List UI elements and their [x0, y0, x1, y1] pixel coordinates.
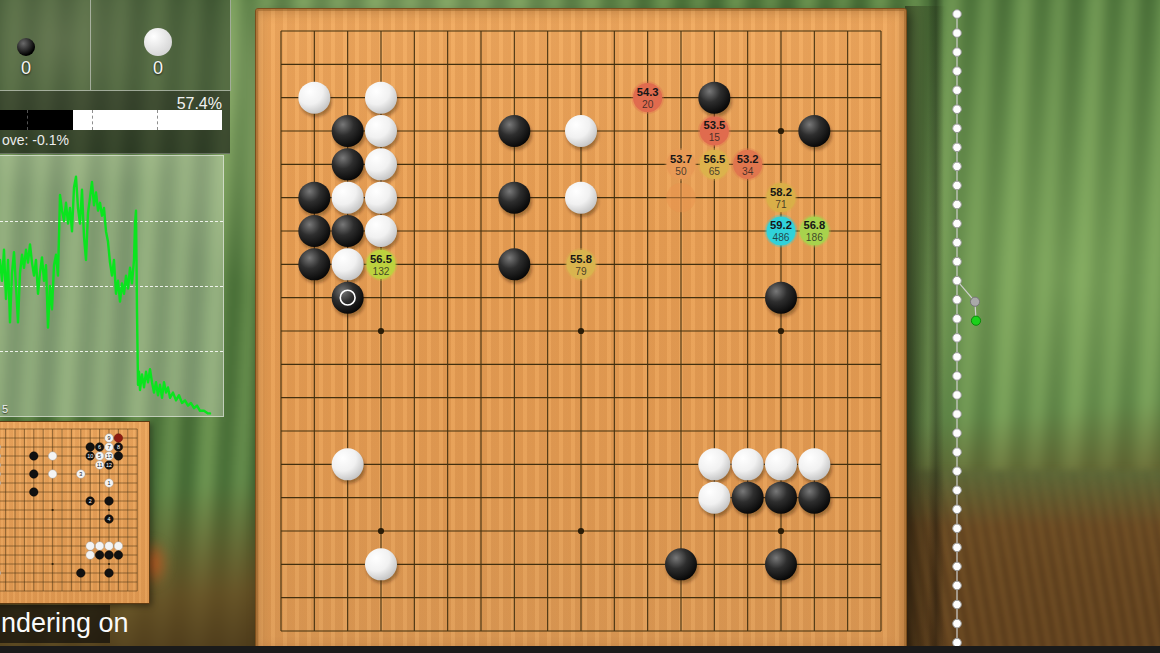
winrate-polyline [0, 177, 210, 414]
winrate-bar [0, 110, 222, 130]
svg-text:2: 2 [89, 498, 92, 504]
tree-node-current[interactable] [971, 316, 980, 325]
status-bar: ndering on [0, 605, 110, 643]
tree-node[interactable] [953, 143, 962, 152]
svg-text:6: 6 [98, 444, 101, 450]
capture-panel: 0 0 [0, 0, 231, 91]
white-captures-cell: 0 [91, 0, 230, 90]
stone-black [732, 482, 764, 514]
tree-node[interactable] [953, 353, 962, 362]
stone-black [332, 282, 364, 314]
mini-stone [48, 452, 57, 461]
stone-white [565, 182, 597, 214]
tree-node[interactable] [953, 238, 962, 247]
mini-stone [0, 443, 1, 452]
star-point [778, 328, 784, 334]
mini-stone [48, 470, 57, 479]
tree-node-branch[interactable] [970, 297, 979, 306]
variation-preview-board: 12345678910111213 [0, 421, 150, 604]
tree-node[interactable] [953, 410, 962, 419]
tree-node[interactable] [953, 429, 962, 438]
mini-stone [86, 443, 95, 452]
mini-stone [0, 470, 1, 479]
winrate-bar-mark [92, 110, 93, 130]
stone-white [765, 448, 797, 480]
tree-node[interactable] [953, 200, 962, 209]
candidate-move[interactable]: 53.750 [665, 148, 698, 181]
tree-node[interactable] [953, 67, 962, 76]
mini-stone [77, 569, 86, 578]
candidate-move[interactable]: 56.5132 [365, 248, 398, 281]
svg-text:56.8: 56.8 [803, 219, 825, 231]
stone-black [665, 548, 697, 580]
mini-stone [105, 569, 114, 578]
stone-black [332, 148, 364, 180]
star-point [578, 528, 584, 534]
stone-black [765, 482, 797, 514]
stone-white [298, 82, 330, 114]
winrate-line-plot [0, 156, 223, 416]
graph-axis-label: 5 [2, 403, 8, 415]
move-delta-label: ove: -0.1% [2, 132, 69, 148]
stone-white [365, 148, 397, 180]
stone-black [298, 248, 330, 280]
winrate-bar-mark [157, 110, 158, 130]
star-point [378, 328, 384, 334]
stone-black [498, 115, 530, 147]
stone-black [798, 115, 830, 147]
svg-text:58.2: 58.2 [770, 186, 792, 198]
mini-stone [86, 542, 95, 551]
svg-text:10: 10 [87, 453, 93, 459]
tree-node[interactable] [953, 334, 962, 343]
svg-text:20: 20 [642, 99, 654, 110]
tree-node[interactable] [953, 181, 962, 190]
svg-text:55.8: 55.8 [570, 253, 592, 265]
stone-white [332, 182, 364, 214]
stone-black [698, 82, 730, 114]
candidate-move[interactable]: 54.320 [631, 81, 664, 114]
svg-text:54.3: 54.3 [637, 86, 659, 98]
tree-node[interactable] [953, 448, 962, 457]
winrate-section: 57.4% ove: -0.1% [0, 91, 230, 154]
svg-text:34: 34 [742, 166, 754, 177]
stone-white [365, 182, 397, 214]
stone-white [565, 115, 597, 147]
svg-text:59.2: 59.2 [770, 219, 792, 231]
stone-white [365, 215, 397, 247]
black-captures-cell: 0 [0, 0, 91, 90]
tree-node[interactable] [953, 543, 962, 552]
svg-text:71: 71 [775, 199, 787, 210]
stone-white [732, 448, 764, 480]
mini-stone [30, 452, 39, 461]
svg-text:486: 486 [772, 232, 789, 243]
candidate-move[interactable]: 59.2486 [765, 215, 798, 248]
tree-node[interactable] [953, 86, 962, 95]
stone-black [298, 215, 330, 247]
black-stone-icon [17, 38, 35, 56]
svg-text:1: 1 [108, 480, 111, 486]
winrate-bar-black [0, 110, 73, 130]
black-capture-count: 0 [14, 58, 38, 79]
stone-black [498, 248, 530, 280]
candidate-move[interactable]: 56.565 [698, 148, 731, 181]
mini-stone [30, 470, 39, 479]
pondering-status-text: ndering on [1, 608, 129, 639]
candidate-move[interactable]: 53.515 [698, 115, 731, 148]
mini-stone [105, 542, 114, 551]
svg-text:132: 132 [372, 266, 389, 277]
svg-text:53.2: 53.2 [737, 153, 759, 165]
stone-white [698, 482, 730, 514]
candidate-move-ghost[interactable] [666, 183, 695, 212]
mini-stone [0, 569, 1, 578]
svg-text:11: 11 [97, 462, 103, 468]
mini-stone [114, 542, 123, 551]
svg-text:5: 5 [98, 453, 101, 459]
winrate-bar-mark [27, 110, 28, 130]
mini-stone [105, 551, 114, 560]
winrate-graph[interactable]: 5 [0, 155, 224, 417]
svg-text:186: 186 [806, 232, 823, 243]
tree-node[interactable] [953, 276, 962, 285]
tree-node[interactable] [953, 372, 962, 381]
white-capture-count: 0 [146, 58, 170, 79]
svg-text:53.5: 53.5 [703, 119, 725, 131]
star-point [378, 528, 384, 534]
white-stone-icon [144, 28, 172, 56]
candidate-move[interactable]: 58.271 [765, 181, 798, 214]
star-point [778, 528, 784, 534]
candidate-move[interactable]: 53.234 [731, 148, 764, 181]
tree-node[interactable] [953, 124, 962, 133]
tree-node[interactable] [953, 105, 962, 114]
svg-text:7: 7 [108, 444, 111, 450]
tree-node[interactable] [953, 505, 962, 514]
svg-text:9: 9 [108, 435, 111, 441]
stone-black [798, 482, 830, 514]
candidate-move[interactable]: 56.8186 [798, 215, 831, 248]
tree-node[interactable] [953, 10, 962, 19]
tree-node[interactable] [953, 257, 962, 266]
mini-stone [30, 488, 39, 497]
svg-text:56.5: 56.5 [370, 253, 392, 265]
svg-text:12: 12 [106, 462, 112, 468]
svg-text:56.5: 56.5 [703, 153, 725, 165]
mini-stone [0, 461, 1, 470]
stone-white [798, 448, 830, 480]
tree-node[interactable] [953, 391, 962, 400]
tree-node[interactable] [953, 581, 962, 590]
tree-node[interactable] [953, 600, 962, 609]
mini-stone [95, 551, 104, 560]
tree-node[interactable] [953, 315, 962, 324]
stone-black [765, 548, 797, 580]
tree-node[interactable] [953, 562, 962, 571]
stone-white [365, 115, 397, 147]
svg-text:13: 13 [106, 453, 112, 459]
stone-white [365, 548, 397, 580]
tree-node[interactable] [953, 619, 962, 628]
tree-node[interactable] [953, 467, 962, 476]
svg-text:4: 4 [108, 516, 111, 522]
svg-text:50: 50 [675, 166, 687, 177]
stone-white [698, 448, 730, 480]
stone-black [332, 115, 364, 147]
tree-node[interactable] [953, 48, 962, 57]
stone-white [332, 448, 364, 480]
svg-text:79: 79 [575, 266, 587, 277]
stone-black [332, 215, 364, 247]
svg-text:53.7: 53.7 [670, 153, 692, 165]
tree-node[interactable] [953, 295, 962, 304]
svg-text:8: 8 [117, 444, 120, 450]
tree-node[interactable] [953, 486, 962, 495]
mini-stone [114, 551, 123, 560]
stone-black [498, 182, 530, 214]
star-point [778, 128, 784, 134]
mini-stone [95, 542, 104, 551]
stone-black [765, 282, 797, 314]
go-board[interactable]: 54.32053.51553.75056.56553.23458.27159.2… [255, 8, 907, 653]
svg-text:3: 3 [79, 471, 82, 477]
star-point [578, 328, 584, 334]
mini-stone [86, 551, 95, 560]
tree-node[interactable] [953, 219, 962, 228]
candidate-move[interactable]: 55.879 [565, 248, 598, 281]
mini-stone [114, 452, 123, 461]
move-tree[interactable] [940, 0, 1160, 653]
variation-red-stone [114, 434, 123, 443]
bottom-edge-strip [0, 646, 1160, 653]
mini-stone [0, 479, 1, 488]
tree-node[interactable] [953, 29, 962, 38]
stone-white [332, 248, 364, 280]
mini-stone [105, 497, 114, 506]
tree-node[interactable] [953, 524, 962, 533]
stone-white [365, 82, 397, 114]
svg-text:15: 15 [709, 132, 721, 143]
svg-text:65: 65 [709, 166, 721, 177]
tree-node[interactable] [953, 162, 962, 171]
stone-black [298, 182, 330, 214]
mini-stone [0, 452, 1, 461]
